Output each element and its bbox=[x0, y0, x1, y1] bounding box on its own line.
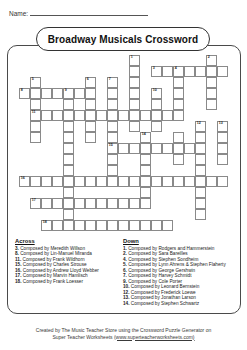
clue-number: 7 bbox=[109, 78, 111, 82]
clue-number: 2 bbox=[208, 56, 210, 60]
grid-cell[interactable] bbox=[63, 198, 74, 209]
name-label: Name: bbox=[9, 10, 28, 17]
grid-cell[interactable] bbox=[30, 132, 41, 143]
clue-item-number: 12. bbox=[123, 290, 131, 295]
grid-cell[interactable] bbox=[107, 165, 118, 176]
grid-cell[interactable] bbox=[173, 132, 184, 143]
clue-item-text: Composed by Sara Bareilles bbox=[128, 251, 187, 256]
grid-cell[interactable] bbox=[63, 121, 74, 132]
grid-cell[interactable] bbox=[162, 176, 173, 187]
grid-cell[interactable] bbox=[118, 198, 129, 209]
grid-cell[interactable] bbox=[162, 66, 173, 77]
grid-cell[interactable] bbox=[140, 220, 151, 231]
grid-cell[interactable]: 7 bbox=[107, 77, 118, 88]
clue-item-text: Composed by Leonard Bernstein bbox=[131, 284, 200, 289]
clue-number: 6 bbox=[87, 78, 89, 82]
grid-cell[interactable] bbox=[96, 220, 107, 231]
grid-cell[interactable] bbox=[107, 99, 118, 110]
grid-cell[interactable]: 11 bbox=[30, 110, 41, 121]
grid-cell[interactable] bbox=[151, 143, 162, 154]
grid-cell[interactable] bbox=[151, 220, 162, 231]
grid-cell[interactable] bbox=[140, 110, 151, 121]
grid-cell[interactable]: 14 bbox=[140, 132, 151, 143]
clue-item-text: Composed by Marvin Hamlisch bbox=[23, 273, 88, 278]
grid-cell[interactable] bbox=[63, 132, 74, 143]
across-clue-list: 3. Composed by Meredith Willson8. Compos… bbox=[15, 246, 119, 285]
down-clue-list: 1. Composed by Rodgers and Hammerstein2.… bbox=[123, 246, 235, 307]
grid-cell[interactable] bbox=[206, 88, 217, 99]
grid-cell[interactable] bbox=[85, 88, 96, 99]
grid-cell[interactable] bbox=[74, 220, 85, 231]
clue-number: 18 bbox=[43, 221, 47, 225]
grid-cell[interactable] bbox=[195, 198, 206, 209]
grid-cell[interactable] bbox=[107, 110, 118, 121]
grid-cell[interactable] bbox=[184, 143, 195, 154]
grid-cell[interactable]: 1 bbox=[129, 55, 140, 66]
grid-cell[interactable] bbox=[107, 121, 118, 132]
grid-cell[interactable] bbox=[63, 187, 74, 198]
grid-cell[interactable] bbox=[173, 88, 184, 99]
clue-item-number: 10. bbox=[123, 284, 131, 289]
grid-cell[interactable] bbox=[85, 132, 96, 143]
clue-item-text: Composed by Rodgers and Hammerstein bbox=[128, 246, 214, 251]
grid-cell[interactable] bbox=[41, 88, 52, 99]
clue-item-number: 18. bbox=[15, 279, 23, 284]
clue-item-number: 14. bbox=[123, 301, 131, 306]
footer-line2: Super Teacher Worksheets (www.superteach… bbox=[0, 334, 247, 341]
grid-cell[interactable] bbox=[96, 198, 107, 209]
grid-cell[interactable] bbox=[85, 99, 96, 110]
grid-cell[interactable] bbox=[184, 176, 195, 187]
clue-item-text: Composed by Cole Porter bbox=[128, 279, 182, 284]
clue-item-text: Composed by Meredith Willson bbox=[20, 246, 85, 251]
grid-cell[interactable] bbox=[118, 143, 129, 154]
grid-cell[interactable] bbox=[217, 132, 228, 143]
grid-cell[interactable] bbox=[63, 165, 74, 176]
grid-cell[interactable] bbox=[96, 176, 107, 187]
clue-number: 16 bbox=[21, 177, 25, 181]
grid-cell[interactable] bbox=[129, 66, 140, 77]
clue-item-number: 11. bbox=[15, 257, 23, 262]
grid-cell[interactable] bbox=[173, 77, 184, 88]
grid-cell[interactable] bbox=[129, 220, 140, 231]
grid-cell[interactable]: 8 bbox=[19, 88, 30, 99]
grid-cell[interactable] bbox=[107, 132, 118, 143]
clue-number: 11 bbox=[32, 111, 36, 115]
grid-cell[interactable] bbox=[85, 110, 96, 121]
grid-cell[interactable] bbox=[85, 220, 96, 231]
grid-cell[interactable] bbox=[41, 176, 52, 187]
footer-credit: Created by The Music Teacher Store using… bbox=[0, 327, 247, 340]
grid-cell[interactable]: 10 bbox=[151, 88, 162, 99]
grid-cell[interactable] bbox=[107, 88, 118, 99]
grid-cell[interactable] bbox=[129, 198, 140, 209]
grid-cell[interactable] bbox=[140, 165, 151, 176]
grid-cell[interactable] bbox=[63, 176, 74, 187]
grid-cell[interactable] bbox=[96, 110, 107, 121]
grid-cell[interactable] bbox=[162, 143, 173, 154]
grid-cell[interactable] bbox=[129, 77, 140, 88]
clue-number: 9 bbox=[65, 89, 67, 93]
grid-cell[interactable] bbox=[118, 220, 129, 231]
grid-cell[interactable] bbox=[173, 110, 184, 121]
clue-item-text: Composed by Harvey Schmidt bbox=[128, 273, 191, 278]
crossword-grid: 123456789101112131415161718 bbox=[19, 55, 228, 231]
grid-cell[interactable] bbox=[206, 99, 217, 110]
grid-cell[interactable] bbox=[184, 66, 195, 77]
grid-cell[interactable]: 5 bbox=[30, 77, 41, 88]
across-header: Across bbox=[15, 238, 119, 244]
name-field-row: Name: bbox=[9, 8, 148, 17]
down-clues-section: Down 1. Composed by Rodgers and Hammerst… bbox=[123, 238, 235, 306]
grid-cell[interactable] bbox=[63, 220, 74, 231]
across-clues-section: Across 3. Composed by Meredith Willson8.… bbox=[15, 238, 119, 284]
clue-item-text: Composed by Lynn Ahrens & Stephen Flaher… bbox=[128, 262, 226, 267]
clue-item-text: Composed by Stephen Sondheim bbox=[128, 257, 198, 262]
clue-number: 17 bbox=[32, 199, 36, 203]
grid-cell[interactable]: 15 bbox=[107, 143, 118, 154]
grid-cell[interactable] bbox=[140, 143, 151, 154]
grid-cell[interactable]: 3 bbox=[151, 66, 162, 77]
grid-cell[interactable]: 12 bbox=[195, 121, 206, 132]
grid-cell[interactable]: 17 bbox=[30, 198, 41, 209]
grid-cell[interactable] bbox=[217, 176, 228, 187]
clue-item-number: 13. bbox=[123, 295, 131, 300]
grid-cell[interactable] bbox=[195, 176, 206, 187]
grid-cell[interactable] bbox=[195, 187, 206, 198]
grid-cell[interactable] bbox=[140, 198, 151, 209]
clue-item: 18. Composed by Frank Loesser bbox=[15, 279, 119, 285]
grid-cell[interactable] bbox=[63, 143, 74, 154]
grid-cell[interactable] bbox=[195, 154, 206, 165]
grid-cell[interactable]: 4 bbox=[173, 66, 184, 77]
clue-item-number: 17. bbox=[15, 273, 23, 278]
grid-cell[interactable] bbox=[52, 198, 63, 209]
footer-link[interactable]: (www.superteacherworksheets.com) bbox=[114, 334, 195, 340]
grid-cell[interactable] bbox=[217, 66, 228, 77]
grid-cell[interactable] bbox=[107, 220, 118, 231]
grid-cell[interactable] bbox=[85, 198, 96, 209]
grid-cell[interactable] bbox=[74, 176, 85, 187]
clue-item-text: Composed by Lin-Manuel Miranda bbox=[20, 251, 92, 256]
grid-cell[interactable] bbox=[107, 198, 118, 209]
grid-cell[interactable] bbox=[85, 176, 96, 187]
grid-cell[interactable] bbox=[217, 143, 228, 154]
grid-cell[interactable] bbox=[206, 77, 217, 88]
grid-cell[interactable] bbox=[74, 198, 85, 209]
grid-cell[interactable] bbox=[195, 66, 206, 77]
grid-cell[interactable] bbox=[195, 209, 206, 220]
grid-cell[interactable] bbox=[63, 110, 74, 121]
grid-cell[interactable]: 2 bbox=[206, 55, 217, 66]
grid-cell[interactable] bbox=[173, 99, 184, 110]
grid-cell[interactable] bbox=[151, 121, 162, 132]
grid-cell[interactable] bbox=[63, 209, 74, 220]
grid-cell[interactable] bbox=[52, 176, 63, 187]
grid-cell[interactable] bbox=[129, 176, 140, 187]
down-header: Down bbox=[123, 238, 235, 244]
grid-cell[interactable] bbox=[162, 110, 173, 121]
grid-cell[interactable]: 18 bbox=[41, 220, 52, 231]
clue-number: 1 bbox=[131, 56, 133, 60]
grid-cell[interactable] bbox=[30, 121, 41, 132]
grid-cell[interactable] bbox=[129, 121, 140, 132]
clue-item-text: Composed by Frank Wildhorn bbox=[23, 257, 85, 262]
clue-item-text: Composed by Jonathan Larson bbox=[131, 295, 196, 300]
grid-cell[interactable] bbox=[173, 176, 184, 187]
grid-cell[interactable] bbox=[129, 110, 140, 121]
grid-cell[interactable] bbox=[173, 143, 184, 154]
grid-cell[interactable]: 16 bbox=[19, 176, 30, 187]
grid-cell[interactable] bbox=[195, 143, 206, 154]
grid-cell[interactable] bbox=[41, 198, 52, 209]
clue-item-text: Composed by George Gershwin bbox=[128, 268, 195, 273]
grid-cell[interactable] bbox=[129, 99, 140, 110]
clue-number: 3 bbox=[153, 67, 155, 71]
name-blank-line[interactable] bbox=[30, 8, 148, 16]
clue-number: 13 bbox=[219, 122, 223, 126]
grid-cell[interactable] bbox=[118, 176, 129, 187]
clue-item-text: Composed by Stephen Schwartz bbox=[131, 301, 199, 306]
grid-cell[interactable] bbox=[217, 154, 228, 165]
clue-number: 10 bbox=[153, 89, 157, 93]
grid-cell[interactable] bbox=[107, 154, 118, 165]
grid-cell[interactable] bbox=[74, 88, 85, 99]
grid-cell[interactable] bbox=[30, 176, 41, 187]
grid-cell[interactable] bbox=[129, 143, 140, 154]
grid-cell[interactable] bbox=[140, 154, 151, 165]
page-title-text: Broadway Musicals Crossword bbox=[48, 34, 199, 45]
grid-cell[interactable] bbox=[41, 110, 52, 121]
grid-cell[interactable] bbox=[52, 220, 63, 231]
grid-cell[interactable]: 13 bbox=[217, 121, 228, 132]
grid-cell[interactable] bbox=[151, 176, 162, 187]
clue-number: 12 bbox=[197, 122, 201, 126]
grid-cell[interactable] bbox=[151, 110, 162, 121]
page-title: Broadway Musicals Crossword bbox=[36, 27, 210, 51]
clue-number: 14 bbox=[142, 133, 146, 137]
grid-cell[interactable] bbox=[63, 154, 74, 165]
grid-cell[interactable] bbox=[52, 110, 63, 121]
grid-cell[interactable] bbox=[85, 121, 96, 132]
clue-number: 4 bbox=[175, 67, 177, 71]
clue-item: 14. Composed by Stephen Schwartz bbox=[123, 301, 235, 307]
grid-cell[interactable] bbox=[118, 110, 129, 121]
grid-cell[interactable] bbox=[30, 88, 41, 99]
grid-cell[interactable] bbox=[195, 132, 206, 143]
grid-cell[interactable] bbox=[30, 99, 41, 110]
grid-cell[interactable] bbox=[206, 66, 217, 77]
clue-item-text: Composed by Andrew Lloyd Webber bbox=[23, 268, 99, 273]
grid-cell[interactable] bbox=[107, 176, 118, 187]
clue-item-text: Composed by Frederick Loewe bbox=[131, 290, 196, 295]
grid-cell[interactable]: 6 bbox=[85, 77, 96, 88]
grid-cell[interactable]: 9 bbox=[63, 88, 74, 99]
clue-number: 15 bbox=[109, 144, 113, 148]
grid-cell[interactable] bbox=[52, 88, 63, 99]
grid-cell[interactable] bbox=[206, 176, 217, 187]
grid-cell[interactable] bbox=[140, 176, 151, 187]
grid-cell[interactable] bbox=[195, 165, 206, 176]
worksheet-page: { "game": "crossword", "title": "Broadwa… bbox=[0, 0, 247, 350]
grid-cell[interactable] bbox=[173, 154, 184, 165]
clue-item-text: Composed by Frank Loesser bbox=[23, 279, 83, 284]
grid-cell[interactable] bbox=[151, 99, 162, 110]
grid-cell[interactable] bbox=[162, 220, 173, 231]
clue-number: 5 bbox=[32, 78, 34, 82]
grid-cell[interactable] bbox=[63, 99, 74, 110]
clue-item-number: 15. bbox=[15, 262, 23, 267]
grid-cell[interactable] bbox=[140, 187, 151, 198]
clue-item-text: Composed by Charles Strouse bbox=[23, 262, 87, 267]
clue-number: 8 bbox=[21, 89, 23, 93]
grid-cell[interactable] bbox=[74, 110, 85, 121]
clue-item-number: 16. bbox=[15, 268, 23, 273]
grid-cell[interactable] bbox=[129, 88, 140, 99]
